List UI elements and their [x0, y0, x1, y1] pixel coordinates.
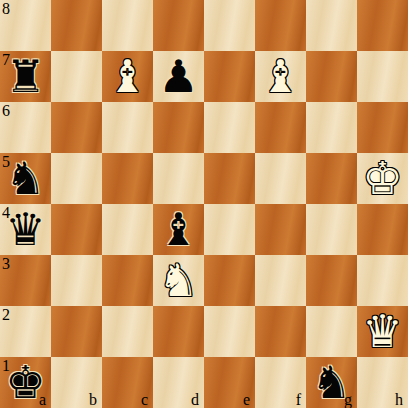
- square-b5[interactable]: [51, 153, 102, 204]
- square-g8[interactable]: [306, 0, 357, 51]
- file-label-c: c: [141, 392, 148, 408]
- square-d6[interactable]: [153, 102, 204, 153]
- black-rook-a7[interactable]: ♜: [5, 51, 45, 102]
- square-h5[interactable]: ♚: [357, 153, 408, 204]
- square-g6[interactable]: [306, 102, 357, 153]
- white-bishop-c7[interactable]: ♝: [107, 51, 147, 102]
- chessboard: 87♜♝♟♝65♞♚4♛♝3♞2♛1a♚bcdefg♞h: [0, 0, 408, 408]
- square-g1[interactable]: g♞: [306, 357, 357, 408]
- square-a2[interactable]: 2: [0, 306, 51, 357]
- square-e8[interactable]: [204, 0, 255, 51]
- file-label-f: f: [296, 392, 301, 408]
- square-e5[interactable]: [204, 153, 255, 204]
- rank-label-5: 5: [2, 154, 10, 170]
- black-pawn-d7[interactable]: ♟: [158, 51, 198, 102]
- square-a7[interactable]: 7♜: [0, 51, 51, 102]
- rank-label-1: 1: [2, 358, 10, 374]
- square-c4[interactable]: [102, 204, 153, 255]
- square-b3[interactable]: [51, 255, 102, 306]
- square-h8[interactable]: [357, 0, 408, 51]
- square-f8[interactable]: [255, 0, 306, 51]
- square-f2[interactable]: [255, 306, 306, 357]
- square-h2[interactable]: ♛: [357, 306, 408, 357]
- square-c3[interactable]: [102, 255, 153, 306]
- square-g5[interactable]: [306, 153, 357, 204]
- square-c7[interactable]: ♝: [102, 51, 153, 102]
- square-b2[interactable]: [51, 306, 102, 357]
- file-label-d: d: [191, 392, 199, 408]
- rank-label-2: 2: [2, 307, 10, 323]
- square-g7[interactable]: [306, 51, 357, 102]
- square-c2[interactable]: [102, 306, 153, 357]
- square-d5[interactable]: [153, 153, 204, 204]
- square-d3[interactable]: ♞: [153, 255, 204, 306]
- rank-label-8: 8: [2, 1, 10, 17]
- white-king-h5[interactable]: ♚: [362, 153, 402, 204]
- square-f1[interactable]: f: [255, 357, 306, 408]
- square-d7[interactable]: ♟: [153, 51, 204, 102]
- square-g2[interactable]: [306, 306, 357, 357]
- square-d4[interactable]: ♝: [153, 204, 204, 255]
- square-a3[interactable]: 3: [0, 255, 51, 306]
- square-c8[interactable]: [102, 0, 153, 51]
- square-e4[interactable]: [204, 204, 255, 255]
- rank-label-4: 4: [2, 205, 10, 221]
- square-f6[interactable]: [255, 102, 306, 153]
- square-b1[interactable]: b: [51, 357, 102, 408]
- square-e3[interactable]: [204, 255, 255, 306]
- square-h1[interactable]: h: [357, 357, 408, 408]
- square-d8[interactable]: [153, 0, 204, 51]
- square-f3[interactable]: [255, 255, 306, 306]
- square-b6[interactable]: [51, 102, 102, 153]
- square-e6[interactable]: [204, 102, 255, 153]
- square-c1[interactable]: c: [102, 357, 153, 408]
- square-a5[interactable]: 5♞: [0, 153, 51, 204]
- white-knight-d3[interactable]: ♞: [158, 255, 198, 306]
- square-c6[interactable]: [102, 102, 153, 153]
- file-label-a: a: [39, 392, 46, 408]
- square-e7[interactable]: [204, 51, 255, 102]
- square-f7[interactable]: ♝: [255, 51, 306, 102]
- file-label-e: e: [243, 392, 250, 408]
- black-knight-a5[interactable]: ♞: [5, 153, 45, 204]
- square-a4[interactable]: 4♛: [0, 204, 51, 255]
- square-h6[interactable]: [357, 102, 408, 153]
- square-d2[interactable]: [153, 306, 204, 357]
- white-queen-h2[interactable]: ♛: [362, 306, 402, 357]
- square-h7[interactable]: [357, 51, 408, 102]
- square-g3[interactable]: [306, 255, 357, 306]
- square-e2[interactable]: [204, 306, 255, 357]
- square-a6[interactable]: 6: [0, 102, 51, 153]
- square-c5[interactable]: [102, 153, 153, 204]
- rank-label-3: 3: [2, 256, 10, 272]
- file-label-h: h: [395, 392, 403, 408]
- black-queen-a4[interactable]: ♛: [5, 204, 45, 255]
- square-b4[interactable]: [51, 204, 102, 255]
- square-g4[interactable]: [306, 204, 357, 255]
- rank-label-6: 6: [2, 103, 10, 119]
- square-a1[interactable]: 1a♚: [0, 357, 51, 408]
- white-bishop-f7[interactable]: ♝: [260, 51, 300, 102]
- black-bishop-d4[interactable]: ♝: [158, 204, 198, 255]
- square-h3[interactable]: [357, 255, 408, 306]
- file-label-b: b: [89, 392, 97, 408]
- square-b8[interactable]: [51, 0, 102, 51]
- square-e1[interactable]: e: [204, 357, 255, 408]
- file-label-g: g: [344, 392, 352, 408]
- chessboard-grid: 87♜♝♟♝65♞♚4♛♝3♞2♛1a♚bcdefg♞h: [0, 0, 408, 408]
- square-h4[interactable]: [357, 204, 408, 255]
- square-b7[interactable]: [51, 51, 102, 102]
- square-f5[interactable]: [255, 153, 306, 204]
- rank-label-7: 7: [2, 52, 10, 68]
- square-d1[interactable]: d: [153, 357, 204, 408]
- square-a8[interactable]: 8: [0, 0, 51, 51]
- square-f4[interactable]: [255, 204, 306, 255]
